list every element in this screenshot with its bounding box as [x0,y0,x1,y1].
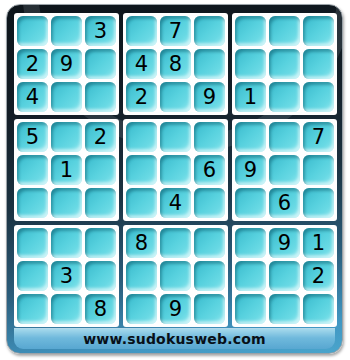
cell-r6c9[interactable] [303,188,334,218]
cell-r7c8: 9 [269,228,300,258]
cell-r7c5[interactable] [160,228,191,258]
cell-r1c4[interactable] [126,16,157,46]
sudoku-box-3: 1 [232,13,337,115]
sudoku-box-5: 64 [123,119,228,221]
cell-r2c9[interactable] [303,49,334,79]
cell-r2c4: 4 [126,49,157,79]
cell-r6c3[interactable] [85,188,116,218]
cell-r9c7[interactable] [235,294,266,324]
cell-r8c8[interactable] [269,261,300,291]
cell-r4c7[interactable] [235,122,266,152]
sudoku-box-8: 89 [123,225,228,327]
cell-r2c7[interactable] [235,49,266,79]
cell-r1c2[interactable] [51,16,82,46]
cell-r3c9[interactable] [303,82,334,112]
cell-r9c9[interactable] [303,294,334,324]
cell-r7c9: 1 [303,228,334,258]
cell-r5c9[interactable] [303,155,334,185]
cell-r2c6[interactable] [194,49,225,79]
sudoku-box-9: 912 [232,225,337,327]
cell-r6c6[interactable] [194,188,225,218]
cell-r3c5[interactable] [160,82,191,112]
cell-r5c5[interactable] [160,155,191,185]
cell-r8c2: 3 [51,261,82,291]
cell-r7c1[interactable] [17,228,48,258]
cell-r1c8[interactable] [269,16,300,46]
cell-r6c4[interactable] [126,188,157,218]
cell-r1c6[interactable] [194,16,225,46]
cell-r8c4[interactable] [126,261,157,291]
cell-r4c2[interactable] [51,122,82,152]
cell-r4c4[interactable] [126,122,157,152]
cell-r8c1[interactable] [17,261,48,291]
cell-r9c1[interactable] [17,294,48,324]
cell-r3c7: 1 [235,82,266,112]
cell-r1c5: 7 [160,16,191,46]
cell-r4c8[interactable] [269,122,300,152]
cell-r1c9[interactable] [303,16,334,46]
cell-r1c1[interactable] [17,16,48,46]
sudoku-box-4: 521 [14,119,119,221]
cell-r6c1[interactable] [17,188,48,218]
cell-r4c3: 2 [85,122,116,152]
cell-r2c3[interactable] [85,49,116,79]
cell-r1c7[interactable] [235,16,266,46]
sudoku-box-7: 38 [14,225,119,327]
sudoku-box-2: 74829 [123,13,228,115]
sudoku-board: 3294748291521647963889912 [14,13,337,327]
cell-r9c6[interactable] [194,294,225,324]
cell-r9c5: 9 [160,294,191,324]
cell-r3c3[interactable] [85,82,116,112]
cell-r4c9: 7 [303,122,334,152]
sudoku-page: 3294748291521647963889912 www.sudokusweb… [0,0,350,360]
cell-r3c6: 9 [194,82,225,112]
cell-r6c7[interactable] [235,188,266,218]
cell-r5c7: 9 [235,155,266,185]
cell-r6c8: 6 [269,188,300,218]
cell-r8c9: 2 [303,261,334,291]
cell-r8c5[interactable] [160,261,191,291]
cell-r5c8[interactable] [269,155,300,185]
cell-r3c8[interactable] [269,82,300,112]
cell-r3c4: 2 [126,82,157,112]
cell-r6c5: 4 [160,188,191,218]
cell-r7c2[interactable] [51,228,82,258]
site-link[interactable]: www.sudokusweb.com [14,328,335,349]
sudoku-box-6: 796 [232,119,337,221]
cell-r7c6[interactable] [194,228,225,258]
cell-r8c7[interactable] [235,261,266,291]
cell-r5c2: 1 [51,155,82,185]
cell-r4c5[interactable] [160,122,191,152]
cell-r2c8[interactable] [269,49,300,79]
cell-r6c2[interactable] [51,188,82,218]
cell-r1c3: 3 [85,16,116,46]
cell-r3c2[interactable] [51,82,82,112]
cell-r7c3[interactable] [85,228,116,258]
cell-r5c6: 6 [194,155,225,185]
cell-r2c2: 9 [51,49,82,79]
cell-r9c2[interactable] [51,294,82,324]
cell-r5c3[interactable] [85,155,116,185]
cell-r5c1[interactable] [17,155,48,185]
sudoku-box-1: 3294 [14,13,119,115]
cell-r3c1: 4 [17,82,48,112]
cell-r8c6[interactable] [194,261,225,291]
cell-r4c1: 5 [17,122,48,152]
cell-r9c3: 8 [85,294,116,324]
cell-r8c3[interactable] [85,261,116,291]
cell-r7c4: 8 [126,228,157,258]
cell-r2c5: 8 [160,49,191,79]
cell-r5c4[interactable] [126,155,157,185]
cell-r9c8[interactable] [269,294,300,324]
cell-r7c7[interactable] [235,228,266,258]
board-frame: 3294748291521647963889912 www.sudokusweb… [6,4,343,354]
cell-r4c6[interactable] [194,122,225,152]
cell-r9c4[interactable] [126,294,157,324]
cell-r2c1: 2 [17,49,48,79]
